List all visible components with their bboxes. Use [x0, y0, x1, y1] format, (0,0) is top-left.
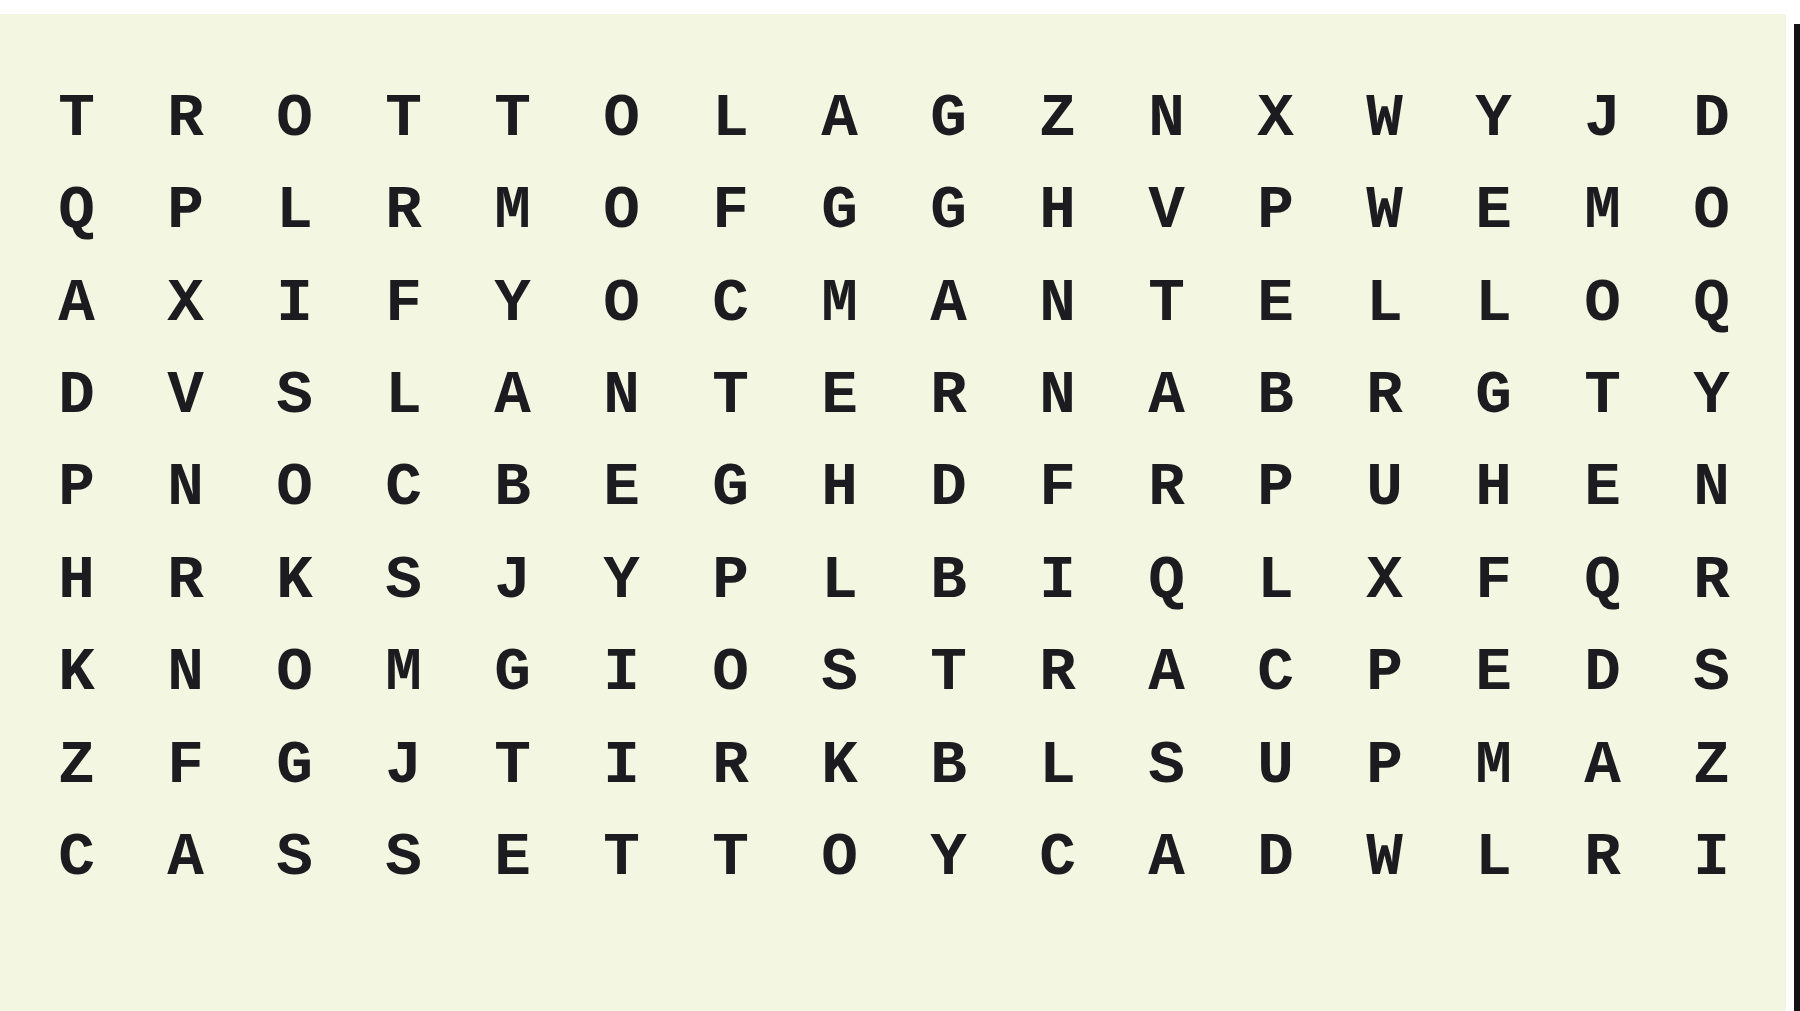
grid-cell[interactable]: G	[894, 72, 1003, 164]
grid-cell[interactable]: R	[894, 349, 1003, 441]
grid-cell[interactable]: E	[1439, 627, 1548, 719]
grid-cell[interactable]: N	[1003, 349, 1112, 441]
grid-cell[interactable]: Q	[1657, 257, 1766, 349]
grid-cell[interactable]: X	[1330, 534, 1439, 626]
grid-cell[interactable]: O	[567, 72, 676, 164]
grid-cell[interactable]: T	[349, 72, 458, 164]
grid-cell[interactable]: G	[676, 442, 785, 534]
grid-cell[interactable]: Z	[22, 719, 131, 811]
grid-cell[interactable]: M	[458, 164, 567, 256]
grid-cell[interactable]: A	[894, 257, 1003, 349]
grid-cell[interactable]: O	[785, 812, 894, 904]
grid-cell[interactable]: S	[349, 534, 458, 626]
grid-cell[interactable]: D	[1657, 72, 1766, 164]
grid-cell[interactable]: K	[785, 719, 894, 811]
grid-cell[interactable]: S	[240, 349, 349, 441]
grid-cell[interactable]: J	[458, 534, 567, 626]
grid-cell[interactable]: V	[1112, 164, 1221, 256]
grid-cell[interactable]: I	[1657, 812, 1766, 904]
grid-cell[interactable]: P	[131, 164, 240, 256]
grid-cell[interactable]: A	[458, 349, 567, 441]
grid-cell[interactable]: T	[22, 72, 131, 164]
grid-cell[interactable]: I	[567, 719, 676, 811]
grid-cell[interactable]: R	[131, 534, 240, 626]
grid-cell[interactable]: M	[1548, 164, 1657, 256]
grid-cell[interactable]: F	[349, 257, 458, 349]
grid-cell[interactable]: Y	[567, 534, 676, 626]
grid-cell[interactable]: S	[785, 627, 894, 719]
grid-cell[interactable]: E	[1548, 442, 1657, 534]
grid-cell[interactable]: O	[567, 164, 676, 256]
grid-cell[interactable]: A	[1112, 812, 1221, 904]
grid-cell[interactable]: B	[458, 442, 567, 534]
grid-cell[interactable]: B	[1221, 349, 1330, 441]
grid-cell[interactable]: N	[567, 349, 676, 441]
grid-cell[interactable]: A	[131, 812, 240, 904]
grid-cell[interactable]: T	[458, 719, 567, 811]
grid-cell[interactable]: C	[22, 812, 131, 904]
grid-cell[interactable]: R	[1657, 534, 1766, 626]
grid-cell[interactable]: W	[1330, 72, 1439, 164]
grid-cell[interactable]: A	[1548, 719, 1657, 811]
grid-cell[interactable]: W	[1330, 812, 1439, 904]
top-edge-strip	[0, 0, 1800, 14]
grid-cell[interactable]: L	[1439, 812, 1548, 904]
grid-cell[interactable]: T	[1112, 257, 1221, 349]
grid-cell[interactable]: A	[1112, 349, 1221, 441]
grid-cell[interactable]: V	[131, 349, 240, 441]
grid-cell[interactable]: C	[349, 442, 458, 534]
grid-cell[interactable]: G	[785, 164, 894, 256]
grid-cell[interactable]: I	[1003, 534, 1112, 626]
grid-cell[interactable]: P	[676, 534, 785, 626]
grid-cell[interactable]: O	[240, 72, 349, 164]
grid-cell[interactable]: H	[1439, 442, 1548, 534]
grid-cell[interactable]: R	[676, 719, 785, 811]
grid-cell[interactable]: E	[1439, 164, 1548, 256]
grid-cell[interactable]: L	[1221, 534, 1330, 626]
grid-cell[interactable]: Y	[894, 812, 1003, 904]
grid-cell[interactable]: L	[1439, 257, 1548, 349]
grid-cell[interactable]: C	[676, 257, 785, 349]
grid-cell[interactable]: E	[458, 812, 567, 904]
grid-cell[interactable]: K	[240, 534, 349, 626]
grid-cell[interactable]: M	[785, 257, 894, 349]
grid-cell[interactable]: M	[349, 627, 458, 719]
grid-cell[interactable]: S	[1657, 627, 1766, 719]
grid-cell[interactable]: G	[240, 719, 349, 811]
grid-cell[interactable]: A	[785, 72, 894, 164]
grid-cell[interactable]: T	[458, 72, 567, 164]
grid-cell[interactable]: C	[1221, 627, 1330, 719]
grid-cell[interactable]: Y	[1439, 72, 1548, 164]
grid-cell[interactable]: R	[131, 72, 240, 164]
grid-cell[interactable]: U	[1221, 719, 1330, 811]
grid-cell[interactable]: P	[22, 442, 131, 534]
grid-cell[interactable]: R	[1548, 812, 1657, 904]
grid-cell[interactable]: D	[894, 442, 1003, 534]
grid-cell[interactable]: M	[1439, 719, 1548, 811]
grid-cell[interactable]: F	[131, 719, 240, 811]
grid-cell[interactable]: R	[1112, 442, 1221, 534]
grid-cell[interactable]: K	[22, 627, 131, 719]
grid-cell[interactable]: R	[1330, 349, 1439, 441]
letter-grid: TROTTOLAGZNXWYJDQPLRMOFGGHVPWEMOAXIFYOCM…	[22, 72, 1766, 904]
grid-cell[interactable]: B	[894, 719, 1003, 811]
grid-cell[interactable]: T	[676, 349, 785, 441]
grid-cell[interactable]: G	[894, 164, 1003, 256]
grid-cell[interactable]: L	[349, 349, 458, 441]
grid-cell[interactable]: H	[22, 534, 131, 626]
grid-cell[interactable]: P	[1330, 627, 1439, 719]
grid-cell[interactable]: W	[1330, 164, 1439, 256]
grid-cell[interactable]: X	[131, 257, 240, 349]
grid-cell[interactable]: L	[240, 164, 349, 256]
grid-cell[interactable]: P	[1330, 719, 1439, 811]
grid-cell[interactable]: Y	[1657, 349, 1766, 441]
right-edge-white-strip	[1786, 14, 1794, 1011]
grid-cell[interactable]: D	[22, 349, 131, 441]
grid-cell[interactable]: D	[1548, 627, 1657, 719]
grid-cell[interactable]: Q	[1548, 534, 1657, 626]
right-edge-scroll-bar	[1794, 24, 1800, 1011]
grid-cell[interactable]: T	[567, 812, 676, 904]
grid-cell[interactable]: J	[349, 719, 458, 811]
grid-cell[interactable]: N	[1003, 257, 1112, 349]
grid-cell[interactable]: T	[894, 627, 1003, 719]
grid-cell[interactable]: N	[131, 627, 240, 719]
grid-cell[interactable]: L	[1003, 719, 1112, 811]
grid-cell[interactable]: O	[240, 627, 349, 719]
grid-cell[interactable]: J	[1548, 72, 1657, 164]
grid-cell[interactable]: L	[1330, 257, 1439, 349]
grid-cell[interactable]: L	[676, 72, 785, 164]
grid-cell[interactable]: I	[567, 627, 676, 719]
grid-cell[interactable]: E	[567, 442, 676, 534]
grid-cell[interactable]: O	[240, 442, 349, 534]
grid-cell[interactable]: S	[1112, 719, 1221, 811]
grid-cell[interactable]: S	[349, 812, 458, 904]
grid-cell[interactable]: O	[567, 257, 676, 349]
grid-cell[interactable]: L	[785, 534, 894, 626]
grid-cell[interactable]: I	[240, 257, 349, 349]
grid-cell[interactable]: E	[785, 349, 894, 441]
grid-cell[interactable]: A	[1112, 627, 1221, 719]
grid-cell[interactable]: F	[1439, 534, 1548, 626]
grid-cell[interactable]: H	[785, 442, 894, 534]
grid-cell[interactable]: Y	[458, 257, 567, 349]
grid-cell[interactable]: R	[349, 164, 458, 256]
grid-cell[interactable]: O	[1548, 257, 1657, 349]
grid-cell[interactable]: T	[1548, 349, 1657, 441]
grid-cell[interactable]: A	[22, 257, 131, 349]
grid-cell[interactable]: F	[676, 164, 785, 256]
grid-cell[interactable]: P	[1221, 164, 1330, 256]
grid-cell[interactable]: T	[676, 812, 785, 904]
grid-cell[interactable]: O	[676, 627, 785, 719]
grid-cell[interactable]: S	[240, 812, 349, 904]
grid-cell[interactable]: E	[1221, 257, 1330, 349]
grid-cell[interactable]: G	[458, 627, 567, 719]
grid-cell[interactable]: N	[1112, 72, 1221, 164]
grid-cell[interactable]: P	[1221, 442, 1330, 534]
grid-cell[interactable]: U	[1330, 442, 1439, 534]
grid-cell[interactable]: F	[1003, 442, 1112, 534]
grid-cell[interactable]: N	[1657, 442, 1766, 534]
grid-cell[interactable]: X	[1221, 72, 1330, 164]
grid-cell[interactable]: H	[1003, 164, 1112, 256]
grid-cell[interactable]: D	[1221, 812, 1330, 904]
grid-cell[interactable]: R	[1003, 627, 1112, 719]
grid-cell[interactable]: Q	[1112, 534, 1221, 626]
grid-cell[interactable]: B	[894, 534, 1003, 626]
grid-cell[interactable]: Q	[22, 164, 131, 256]
grid-cell[interactable]: G	[1439, 349, 1548, 441]
grid-cell[interactable]: Z	[1657, 719, 1766, 811]
grid-cell[interactable]: N	[131, 442, 240, 534]
grid-cell[interactable]: C	[1003, 812, 1112, 904]
grid-cell[interactable]: Z	[1003, 72, 1112, 164]
grid-cell[interactable]: O	[1657, 164, 1766, 256]
